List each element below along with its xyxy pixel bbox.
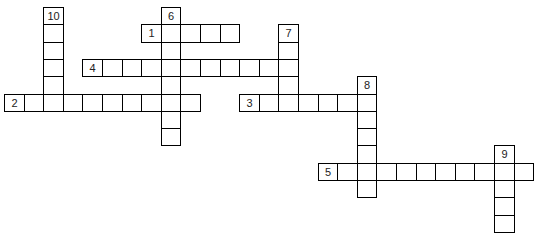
clue-number: 1 — [148, 28, 154, 39]
crossword-cell[interactable] — [259, 94, 279, 112]
crossword-cell[interactable] — [259, 59, 279, 77]
crossword-cell[interactable] — [416, 163, 436, 181]
crossword-cell[interactable] — [220, 24, 240, 43]
crossword-cell[interactable]: 2 — [4, 94, 25, 112]
crossword-board: 10617482395 — [0, 0, 534, 235]
crossword-cell[interactable] — [357, 111, 377, 129]
crossword-cell[interactable] — [82, 94, 103, 112]
crossword-cell[interactable]: 9 — [494, 145, 515, 164]
crossword-cell[interactable]: 10 — [43, 7, 64, 25]
crossword-cell[interactable] — [161, 128, 181, 146]
crossword-cell[interactable] — [318, 94, 338, 112]
clue-number: 10 — [47, 11, 59, 22]
crossword-cell[interactable]: 5 — [318, 163, 338, 181]
crossword-cell[interactable] — [43, 59, 64, 77]
clue-number: 3 — [246, 98, 252, 109]
crossword-cell[interactable] — [396, 163, 417, 181]
crossword-cell[interactable] — [239, 59, 260, 77]
crossword-cell[interactable] — [43, 42, 64, 60]
crossword-cell[interactable] — [278, 42, 299, 60]
crossword-cell[interactable] — [357, 145, 377, 164]
crossword-cell[interactable] — [43, 94, 64, 112]
crossword-cell[interactable] — [161, 111, 181, 129]
crossword-cell[interactable] — [63, 94, 83, 112]
crossword-cell[interactable] — [122, 59, 142, 77]
crossword-cell[interactable] — [494, 163, 515, 181]
crossword-cell[interactable] — [141, 94, 162, 112]
crossword-cell[interactable]: 7 — [278, 24, 299, 43]
crossword-cell[interactable]: 6 — [161, 7, 181, 25]
crossword-cell[interactable] — [337, 163, 358, 181]
clue-number: 2 — [11, 98, 17, 109]
crossword-cell[interactable] — [161, 76, 181, 95]
crossword-cell[interactable] — [180, 94, 201, 112]
crossword-cell[interactable] — [43, 24, 64, 43]
crossword-cell[interactable] — [200, 24, 221, 43]
crossword-cell[interactable]: 1 — [141, 24, 162, 43]
crossword-cell[interactable] — [357, 128, 377, 146]
clue-number: 4 — [89, 63, 95, 74]
crossword-cell[interactable]: 8 — [357, 76, 377, 95]
clue-number: 7 — [285, 28, 291, 39]
crossword-cell[interactable] — [494, 180, 515, 198]
crossword-cell[interactable] — [376, 163, 397, 181]
crossword-cell[interactable] — [161, 94, 181, 112]
crossword-cell[interactable] — [200, 59, 221, 77]
crossword-cell[interactable] — [357, 163, 377, 181]
crossword-cell[interactable] — [141, 59, 162, 77]
crossword-cell[interactable] — [435, 163, 456, 181]
crossword-cell[interactable] — [161, 42, 181, 60]
crossword-cell[interactable] — [161, 24, 181, 43]
clue-number: 8 — [364, 80, 370, 91]
crossword-cell[interactable] — [494, 197, 515, 216]
crossword-cell[interactable] — [278, 76, 299, 95]
crossword-cell[interactable] — [220, 59, 240, 77]
crossword-cell[interactable] — [122, 94, 142, 112]
crossword-cell[interactable] — [337, 94, 358, 112]
crossword-cell[interactable] — [161, 59, 181, 77]
clue-number: 6 — [168, 11, 174, 22]
crossword-cell[interactable] — [180, 59, 201, 77]
crossword-cell[interactable] — [43, 76, 64, 95]
crossword-cell[interactable] — [102, 94, 123, 112]
crossword-cell[interactable] — [278, 94, 299, 112]
crossword-cell[interactable] — [494, 215, 515, 233]
crossword-cell[interactable] — [455, 163, 475, 181]
crossword-cell[interactable] — [474, 163, 495, 181]
clue-number: 5 — [325, 167, 331, 178]
crossword-cell[interactable] — [514, 163, 534, 181]
crossword-cell[interactable] — [357, 94, 377, 112]
crossword-cell[interactable] — [102, 59, 123, 77]
crossword-cell[interactable] — [278, 59, 299, 77]
crossword-cell[interactable] — [180, 24, 201, 43]
crossword-cell[interactable]: 3 — [239, 94, 260, 112]
crossword-cell[interactable] — [357, 180, 377, 198]
crossword-cell[interactable] — [298, 94, 319, 112]
clue-number: 9 — [501, 149, 507, 160]
crossword-cell[interactable]: 4 — [82, 59, 103, 77]
crossword-cell[interactable] — [24, 94, 44, 112]
